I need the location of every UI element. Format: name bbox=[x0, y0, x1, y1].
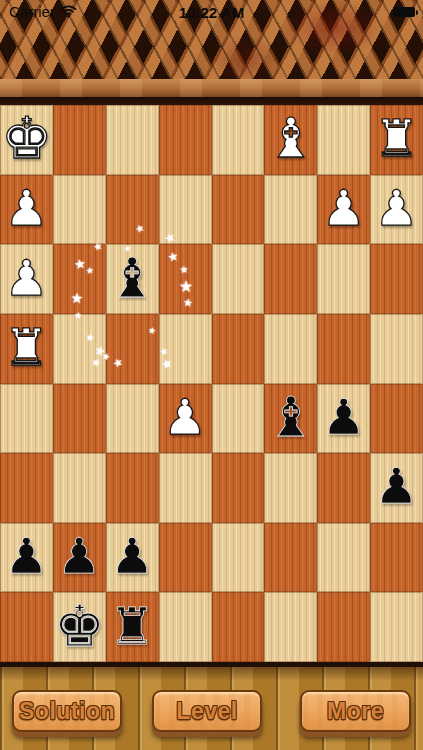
white-pawn-a7[interactable]: ♟ bbox=[4, 184, 48, 233]
white-rook-a5[interactable]: ♜ bbox=[4, 322, 50, 373]
square-a6[interactable]: ♟ bbox=[0, 244, 53, 314]
more-button[interactable]: More bbox=[300, 690, 411, 732]
square-g6[interactable] bbox=[317, 244, 370, 314]
square-c5[interactable] bbox=[106, 314, 159, 384]
carrier-label: Carrier bbox=[9, 3, 55, 20]
chess-board: ♚♝♜♟♟♟♟♝♜♟♝♟♟♟♟♟♚♜ bbox=[0, 105, 423, 662]
white-pawn-a6[interactable]: ♟ bbox=[4, 254, 48, 303]
square-c1[interactable]: ♜ bbox=[106, 592, 159, 662]
square-g4[interactable]: ♟ bbox=[317, 384, 370, 454]
square-f7[interactable] bbox=[264, 175, 317, 245]
black-bishop-c6[interactable]: ♝ bbox=[108, 251, 157, 306]
square-a4[interactable] bbox=[0, 384, 53, 454]
square-d3[interactable] bbox=[159, 453, 212, 523]
square-c4[interactable] bbox=[106, 384, 159, 454]
level-button[interactable]: Level bbox=[152, 690, 262, 732]
square-h7[interactable]: ♟ bbox=[370, 175, 423, 245]
square-h5[interactable] bbox=[370, 314, 423, 384]
square-a7[interactable]: ♟ bbox=[0, 175, 53, 245]
square-c8[interactable] bbox=[106, 105, 159, 175]
square-f6[interactable] bbox=[264, 244, 317, 314]
white-bishop-f8[interactable]: ♝ bbox=[266, 111, 315, 166]
square-h2[interactable] bbox=[370, 523, 423, 593]
black-bishop-f4[interactable]: ♝ bbox=[266, 390, 315, 445]
wifi-icon bbox=[60, 5, 77, 18]
wood-rail bbox=[0, 79, 423, 97]
square-e6[interactable] bbox=[212, 244, 265, 314]
square-b2[interactable]: ♟ bbox=[53, 523, 106, 593]
black-rook-c1[interactable]: ♜ bbox=[109, 601, 155, 652]
black-pawn-c2[interactable]: ♟ bbox=[110, 532, 154, 581]
square-d1[interactable] bbox=[159, 592, 212, 662]
solution-button[interactable]: Solution bbox=[12, 690, 122, 732]
square-h4[interactable] bbox=[370, 384, 423, 454]
square-d4[interactable]: ♟ bbox=[159, 384, 212, 454]
square-a8[interactable]: ♚ bbox=[0, 105, 53, 175]
black-pawn-a2[interactable]: ♟ bbox=[4, 532, 48, 581]
square-b8[interactable] bbox=[53, 105, 106, 175]
square-a1[interactable] bbox=[0, 592, 53, 662]
square-b4[interactable] bbox=[53, 384, 106, 454]
square-h6[interactable] bbox=[370, 244, 423, 314]
square-f4[interactable]: ♝ bbox=[264, 384, 317, 454]
status-bar: Carrier 10:22 AM bbox=[0, 0, 423, 24]
square-e8[interactable] bbox=[212, 105, 265, 175]
square-e5[interactable] bbox=[212, 314, 265, 384]
square-h1[interactable] bbox=[370, 592, 423, 662]
square-e2[interactable] bbox=[212, 523, 265, 593]
square-a2[interactable]: ♟ bbox=[0, 523, 53, 593]
clock-label: 10:22 AM bbox=[179, 4, 244, 21]
app-screen: Carrier 10:22 AM ♚♝♜♟♟♟♟♝♜♟♝♟♟♟♟♟♚♜ ★★★★… bbox=[0, 0, 423, 750]
square-e1[interactable] bbox=[212, 592, 265, 662]
square-b6[interactable] bbox=[53, 244, 106, 314]
square-g7[interactable]: ♟ bbox=[317, 175, 370, 245]
square-f8[interactable]: ♝ bbox=[264, 105, 317, 175]
square-b1[interactable]: ♚ bbox=[53, 592, 106, 662]
square-d8[interactable] bbox=[159, 105, 212, 175]
square-f1[interactable] bbox=[264, 592, 317, 662]
square-e4[interactable] bbox=[212, 384, 265, 454]
square-d2[interactable] bbox=[159, 523, 212, 593]
square-e7[interactable] bbox=[212, 175, 265, 245]
white-pawn-d4[interactable]: ♟ bbox=[163, 393, 207, 442]
square-f2[interactable] bbox=[264, 523, 317, 593]
black-pawn-b2[interactable]: ♟ bbox=[57, 532, 101, 581]
square-g5[interactable] bbox=[317, 314, 370, 384]
square-h8[interactable]: ♜ bbox=[370, 105, 423, 175]
square-g8[interactable] bbox=[317, 105, 370, 175]
white-king-a8[interactable]: ♚ bbox=[1, 110, 52, 167]
square-f3[interactable] bbox=[264, 453, 317, 523]
square-b5[interactable] bbox=[53, 314, 106, 384]
square-g3[interactable] bbox=[317, 453, 370, 523]
button-label: More bbox=[327, 698, 384, 724]
button-label: Solution bbox=[19, 698, 115, 724]
square-e3[interactable] bbox=[212, 453, 265, 523]
square-b3[interactable] bbox=[53, 453, 106, 523]
white-rook-h8[interactable]: ♜ bbox=[374, 113, 420, 164]
square-g1[interactable] bbox=[317, 592, 370, 662]
square-a3[interactable] bbox=[0, 453, 53, 523]
white-pawn-g7[interactable]: ♟ bbox=[322, 184, 366, 233]
square-a5[interactable]: ♜ bbox=[0, 314, 53, 384]
black-pawn-g4[interactable]: ♟ bbox=[322, 393, 366, 442]
square-b7[interactable] bbox=[53, 175, 106, 245]
white-pawn-h7[interactable]: ♟ bbox=[375, 184, 419, 233]
square-c3[interactable] bbox=[106, 453, 159, 523]
square-c7[interactable] bbox=[106, 175, 159, 245]
square-c2[interactable]: ♟ bbox=[106, 523, 159, 593]
black-king-b1[interactable]: ♚ bbox=[54, 598, 105, 655]
square-h3[interactable]: ♟ bbox=[370, 453, 423, 523]
board-top-shadow bbox=[0, 97, 423, 105]
square-f5[interactable] bbox=[264, 314, 317, 384]
square-g2[interactable] bbox=[317, 523, 370, 593]
square-d5[interactable] bbox=[159, 314, 212, 384]
button-label: Level bbox=[176, 698, 237, 724]
battery-icon bbox=[393, 7, 415, 17]
square-c6[interactable]: ♝ bbox=[106, 244, 159, 314]
square-d7[interactable] bbox=[159, 175, 212, 245]
square-d6[interactable] bbox=[159, 244, 212, 314]
black-pawn-h3[interactable]: ♟ bbox=[375, 462, 419, 511]
